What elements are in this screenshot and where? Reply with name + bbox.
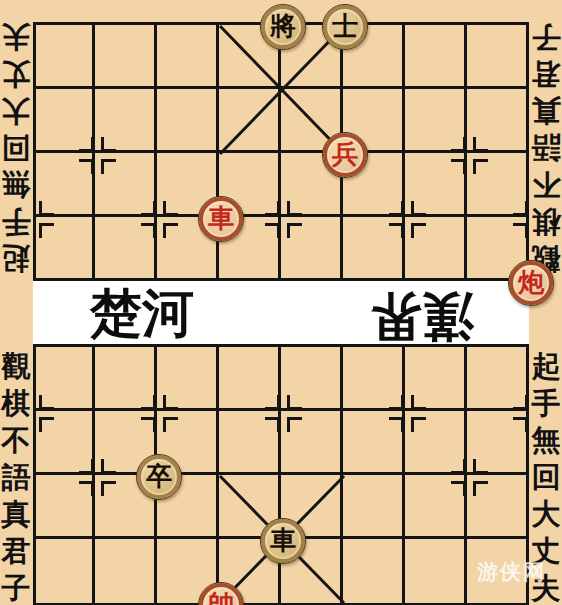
board-cell	[95, 25, 157, 89]
board-cell	[219, 89, 281, 153]
point-marker	[163, 201, 178, 216]
calligraphy-char: 大	[532, 496, 561, 533]
calligraphy-char: 觀	[2, 348, 31, 385]
river-label-han-jie: 漢界	[328, 285, 474, 345]
point-marker	[473, 159, 488, 174]
point-marker	[411, 417, 426, 432]
point-marker	[389, 395, 404, 410]
point-marker	[39, 223, 54, 238]
board-cell	[467, 25, 529, 89]
calligraphy-char: 不	[532, 166, 561, 203]
side-text-left-bottom: 觀棋不語真君子	[0, 348, 32, 605]
black-piece-車[interactable]: 車	[260, 518, 306, 564]
point-marker	[513, 223, 528, 238]
point-marker	[101, 459, 116, 474]
red-piece-炮[interactable]: 炮	[508, 260, 554, 306]
calligraphy-char: 子	[2, 570, 31, 605]
point-marker	[451, 459, 466, 474]
point-marker	[473, 137, 488, 152]
calligraphy-char: 棋	[532, 203, 561, 240]
board-cell	[405, 25, 467, 89]
point-marker	[39, 395, 54, 410]
calligraphy-char: 回	[2, 129, 31, 166]
calligraphy-char: 棋	[2, 385, 31, 422]
site-watermark: 游侠网	[477, 558, 546, 586]
point-marker	[79, 137, 94, 152]
calligraphy-char: 手	[532, 385, 561, 422]
calligraphy-char: 語	[2, 459, 31, 496]
calligraphy-char: 手	[2, 203, 31, 240]
point-marker	[141, 201, 156, 216]
point-marker	[473, 459, 488, 474]
point-marker	[451, 481, 466, 496]
black-piece-將[interactable]: 將	[260, 4, 306, 50]
point-marker	[451, 137, 466, 152]
point-marker	[287, 201, 302, 216]
red-piece-車[interactable]: 車	[198, 196, 244, 242]
point-marker	[265, 223, 280, 238]
calligraphy-char: 君	[2, 533, 31, 570]
point-marker	[141, 223, 156, 238]
point-marker	[287, 223, 302, 238]
calligraphy-char: 無	[2, 166, 31, 203]
board-cell	[343, 475, 405, 539]
river-cell	[33, 281, 95, 347]
point-marker	[287, 417, 302, 432]
point-marker	[411, 223, 426, 238]
calligraphy-char: 子	[532, 18, 561, 55]
black-piece-士[interactable]: 士	[322, 4, 368, 50]
point-marker	[163, 223, 178, 238]
point-marker	[513, 417, 528, 432]
calligraphy-char: 丈	[2, 55, 31, 92]
board-cell	[33, 539, 95, 603]
board-cell	[405, 539, 467, 603]
xiangqi-board-screenshot: 楚河 漢界 起手無回大丈夫 觀棋不語真君子 觀棋不語真君子 起手無回大丈夫 游侠…	[0, 0, 562, 605]
point-marker	[265, 201, 280, 216]
side-text-right-top: 觀棋不語真君子	[530, 18, 562, 277]
point-marker	[389, 201, 404, 216]
point-marker	[163, 395, 178, 410]
calligraphy-char: 起	[2, 240, 31, 277]
point-marker	[287, 395, 302, 410]
point-marker	[141, 417, 156, 432]
point-marker	[163, 417, 178, 432]
board-cell	[95, 539, 157, 603]
point-marker	[389, 223, 404, 238]
point-marker	[389, 417, 404, 432]
board-cell	[157, 89, 219, 153]
point-marker	[79, 459, 94, 474]
point-marker	[39, 417, 54, 432]
calligraphy-char: 不	[2, 422, 31, 459]
point-marker	[411, 395, 426, 410]
calligraphy-char: 無	[532, 422, 561, 459]
board-cell	[343, 539, 405, 603]
point-marker	[513, 395, 528, 410]
point-marker	[101, 159, 116, 174]
point-marker	[101, 137, 116, 152]
side-text-left-top: 起手無回大丈夫	[0, 18, 32, 277]
calligraphy-char: 大	[2, 92, 31, 129]
calligraphy-char: 語	[532, 129, 561, 166]
point-marker	[451, 159, 466, 174]
river-label-chu-he: 楚河	[90, 285, 236, 345]
point-marker	[79, 481, 94, 496]
calligraphy-char: 君	[532, 55, 561, 92]
point-marker	[79, 159, 94, 174]
calligraphy-char: 起	[532, 348, 561, 385]
board-cell	[33, 25, 95, 89]
point-marker	[101, 481, 116, 496]
point-marker	[141, 395, 156, 410]
calligraphy-char: 夫	[2, 18, 31, 55]
point-marker	[513, 201, 528, 216]
board-cell	[157, 25, 219, 89]
calligraphy-char: 真	[532, 92, 561, 129]
point-marker	[473, 481, 488, 496]
red-piece-兵[interactable]: 兵	[322, 132, 368, 178]
point-marker	[265, 417, 280, 432]
point-marker	[411, 201, 426, 216]
calligraphy-char: 回	[532, 459, 561, 496]
calligraphy-char: 真	[2, 496, 31, 533]
black-piece-卒[interactable]: 卒	[136, 454, 182, 500]
point-marker	[265, 395, 280, 410]
point-marker	[39, 201, 54, 216]
